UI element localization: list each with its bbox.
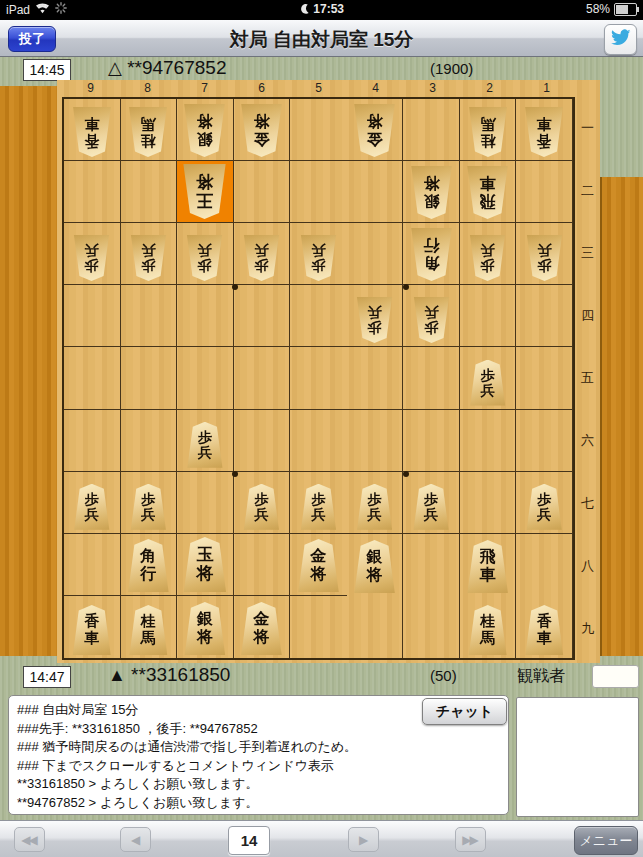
piece-sente-金[interactable]: 金将 (239, 602, 284, 655)
square-4八[interactable]: 銀将 (347, 534, 404, 596)
piece-gote-飛[interactable]: 飛車 (465, 166, 510, 219)
square-9四[interactable] (64, 285, 121, 347)
file-label-7: 7 (176, 80, 233, 97)
piece-sente-歩[interactable]: 歩兵 (355, 484, 394, 530)
piece-sente-歩[interactable]: 歩兵 (242, 484, 281, 530)
gote-clock: 14:45 (23, 59, 71, 81)
square-2三[interactable]: 歩兵 (460, 223, 517, 285)
square-1六[interactable] (516, 410, 573, 472)
square-1五[interactable] (516, 347, 573, 409)
square-4三[interactable] (347, 223, 404, 285)
twitter-bird-icon (610, 29, 631, 51)
piece-gote-歩[interactable]: 歩兵 (129, 235, 168, 281)
square-6七[interactable]: 歩兵 (234, 472, 291, 534)
square-5八[interactable]: 金将 (290, 534, 347, 596)
piece-sente-歩[interactable]: 歩兵 (129, 484, 168, 530)
piece-gote-歩[interactable]: 歩兵 (242, 235, 281, 281)
rank-label-六: 六 (575, 410, 600, 473)
piece-gote-金[interactable]: 金将 (352, 104, 397, 157)
square-7二[interactable]: 王将 (177, 161, 234, 223)
sente-clock: 14:47 (23, 666, 71, 688)
piece-gote-桂[interactable]: 桂馬 (467, 107, 509, 157)
piece-gote-角[interactable]: 角行 (409, 228, 454, 281)
battery-icon (614, 3, 637, 16)
piece-sente-歩[interactable]: 歩兵 (525, 484, 564, 530)
piece-sente-銀[interactable]: 銀将 (352, 540, 397, 593)
square-8二[interactable] (121, 161, 178, 223)
status-time: 17:53 (313, 2, 344, 16)
square-2五[interactable]: 歩兵 (460, 347, 517, 409)
square-7一[interactable]: 銀将 (177, 99, 234, 161)
square-2六[interactable] (460, 410, 517, 472)
twitter-share-button[interactable] (604, 24, 637, 55)
rank-label-一: 一 (575, 97, 600, 160)
first-move-button[interactable]: ◀◀ (14, 827, 45, 852)
gote-name: △ **94767852 (108, 57, 226, 79)
square-3四[interactable]: 歩兵 (403, 285, 460, 347)
menu-button[interactable]: メニュー (574, 826, 638, 855)
piece-sente-香[interactable]: 香車 (71, 605, 113, 655)
piece-gote-桂[interactable]: 桂馬 (127, 107, 169, 157)
square-4六[interactable] (347, 410, 404, 472)
next-move-button[interactable]: ▶ (348, 827, 379, 852)
square-3一[interactable] (403, 99, 460, 161)
square-3二[interactable]: 銀将 (403, 161, 460, 223)
rank-label-七: 七 (575, 472, 600, 535)
square-1八[interactable] (516, 534, 573, 596)
moon-icon (299, 2, 310, 16)
sente-mark-icon: ▲ (108, 665, 126, 685)
square-5七[interactable]: 歩兵 (290, 472, 347, 534)
square-7九[interactable]: 銀将 (177, 596, 234, 658)
square-4五[interactable] (347, 347, 404, 409)
square-5一[interactable] (290, 99, 347, 161)
chat-message: ### 下までスクロールするとコメントウィンドウ表示 (17, 757, 500, 776)
hoshi-dot (232, 471, 238, 477)
piece-sente-桂[interactable]: 桂馬 (127, 605, 169, 655)
square-7五[interactable] (177, 347, 234, 409)
square-8七[interactable]: 歩兵 (121, 472, 178, 534)
wood-panel-left (0, 86, 59, 656)
file-label-1: 1 (518, 80, 575, 97)
wood-panel-right (600, 177, 643, 656)
square-2八[interactable]: 飛車 (460, 534, 517, 596)
square-8九[interactable]: 桂馬 (121, 596, 178, 658)
square-8六[interactable] (121, 410, 178, 472)
square-6五[interactable] (234, 347, 291, 409)
piece-sente-歩[interactable]: 歩兵 (468, 360, 507, 406)
square-1二[interactable] (516, 161, 573, 223)
spectators-label: 観戦者 (517, 666, 565, 687)
piece-sente-香[interactable]: 香車 (523, 605, 565, 655)
chat-button[interactable]: チャット (422, 698, 507, 725)
square-6六[interactable] (234, 410, 291, 472)
piece-gote-歩[interactable]: 歩兵 (355, 297, 394, 343)
square-3三[interactable]: 角行 (403, 223, 460, 285)
square-9五[interactable] (64, 347, 121, 409)
piece-sente-銀[interactable]: 銀将 (182, 602, 227, 655)
chat-message: **94767852 > よろしくお願い致します。 (17, 794, 500, 813)
square-3九[interactable] (403, 596, 460, 658)
square-1四[interactable] (516, 285, 573, 347)
square-7七[interactable] (177, 472, 234, 534)
piece-sente-歩[interactable]: 歩兵 (72, 484, 111, 530)
square-2九[interactable]: 桂馬 (460, 596, 517, 658)
square-7六[interactable]: 歩兵 (177, 410, 234, 472)
nav-bar: 投了 対局 自由対局室 15分 (0, 20, 643, 57)
square-2二[interactable]: 飛車 (460, 161, 517, 223)
piece-gote-歩[interactable]: 歩兵 (468, 235, 507, 281)
page-title: 対局 自由対局室 15分 (0, 27, 643, 53)
square-1九[interactable]: 香車 (516, 596, 573, 658)
app-screen: iPad 17:53 58% 投了 対局 自由対局室 15分 14:45 (0, 0, 643, 857)
square-6一[interactable]: 金将 (234, 99, 291, 161)
square-5九[interactable] (290, 596, 347, 658)
piece-sente-歩[interactable]: 歩兵 (185, 422, 224, 468)
piece-gote-歩[interactable]: 歩兵 (72, 235, 111, 281)
hoshi-dot (232, 284, 238, 290)
piece-gote-香[interactable]: 香車 (523, 107, 565, 157)
shogi-board: 987654321 一二三四五六七八九 香車桂馬銀将金将金将桂馬香車王将銀将飛車… (57, 80, 600, 663)
square-1一[interactable]: 香車 (516, 99, 573, 161)
gote-rating: (1900) (430, 60, 473, 77)
square-3六[interactable] (403, 410, 460, 472)
square-2四[interactable] (460, 285, 517, 347)
square-7三[interactable]: 歩兵 (177, 223, 234, 285)
file-label-3: 3 (404, 80, 461, 97)
square-4一[interactable]: 金将 (347, 99, 404, 161)
rank-label-四: 四 (575, 285, 600, 348)
spectator-list-panel (516, 697, 639, 817)
sente-name: ▲ **33161850 (108, 664, 230, 686)
square-9三[interactable]: 歩兵 (64, 223, 121, 285)
square-4七[interactable]: 歩兵 (347, 472, 404, 534)
square-5五[interactable] (290, 347, 347, 409)
square-7八[interactable]: 玉将 (177, 534, 234, 596)
piece-sente-歩[interactable]: 歩兵 (299, 484, 338, 530)
square-5六[interactable] (290, 410, 347, 472)
piece-gote-香[interactable]: 香車 (71, 107, 113, 157)
square-2七[interactable] (460, 472, 517, 534)
bottom-toolbar: ◀◀ ◀ 14 ▶ ▶▶ メニュー (0, 820, 643, 857)
square-5二[interactable] (290, 161, 347, 223)
file-label-5: 5 (290, 80, 347, 97)
square-1七[interactable]: 歩兵 (516, 472, 573, 534)
square-9一[interactable]: 香車 (64, 99, 121, 161)
rank-label-三: 三 (575, 222, 600, 285)
file-label-9: 9 (62, 80, 119, 97)
piece-gote-歩[interactable]: 歩兵 (525, 235, 564, 281)
piece-sente-角[interactable]: 角行 (126, 539, 171, 592)
square-6二[interactable] (234, 161, 291, 223)
square-9六[interactable] (64, 410, 121, 472)
piece-gote-歩[interactable]: 歩兵 (185, 235, 224, 281)
square-6八[interactable] (234, 534, 291, 596)
square-8三[interactable]: 歩兵 (121, 223, 178, 285)
hoshi-dot (403, 471, 409, 477)
file-label-8: 8 (119, 80, 176, 97)
rank-label-二: 二 (575, 160, 600, 223)
gote-mark-icon: △ (108, 58, 122, 78)
square-8八[interactable]: 角行 (121, 534, 178, 596)
square-4四[interactable]: 歩兵 (347, 285, 404, 347)
square-3八[interactable] (403, 534, 460, 596)
square-6三[interactable]: 歩兵 (234, 223, 291, 285)
piece-gote-銀[interactable]: 銀将 (182, 104, 227, 157)
square-5四[interactable] (290, 285, 347, 347)
hoshi-dot (403, 284, 409, 290)
status-bar: iPad 17:53 58% (0, 0, 643, 20)
sente-rating: (50) (430, 667, 457, 684)
square-4二[interactable] (347, 161, 404, 223)
square-3五[interactable] (403, 347, 460, 409)
piece-gote-歩[interactable]: 歩兵 (412, 297, 451, 343)
square-3七[interactable]: 歩兵 (403, 472, 460, 534)
square-8一[interactable]: 桂馬 (121, 99, 178, 161)
piece-gote-金[interactable]: 金将 (239, 104, 284, 157)
square-6九[interactable]: 金将 (234, 596, 291, 658)
square-5三[interactable]: 歩兵 (290, 223, 347, 285)
piece-sente-歩[interactable]: 歩兵 (412, 484, 451, 530)
square-9八[interactable] (64, 534, 121, 596)
prev-move-button[interactable]: ◀ (120, 827, 151, 852)
shogi-board-grid: 香車桂馬銀将金将金将桂馬香車王将銀将飛車歩兵歩兵歩兵歩兵歩兵角行歩兵歩兵歩兵歩兵… (62, 97, 575, 660)
piece-gote-歩[interactable]: 歩兵 (299, 235, 338, 281)
chat-message: ### 猶予時間戻るのは通信渋滞で指し手到着遅れのため。 (17, 738, 500, 757)
square-2一[interactable]: 桂馬 (460, 99, 517, 161)
piece-sente-桂[interactable]: 桂馬 (467, 605, 509, 655)
square-9二[interactable] (64, 161, 121, 223)
file-coordinates: 987654321 (62, 80, 575, 97)
chat-message: **33161850 > よろしくお願い致します。 (17, 775, 500, 794)
piece-gote-銀[interactable]: 銀将 (409, 166, 454, 219)
rank-label-九: 九 (575, 597, 600, 660)
piece-gote-王[interactable]: 王将 (181, 164, 228, 219)
rank-label-五: 五 (575, 347, 600, 410)
piece-sente-金[interactable]: 金将 (296, 539, 341, 592)
spectators-count-box (592, 665, 639, 688)
move-number-box: 14 (228, 826, 270, 855)
battery-percent: 58% (586, 2, 610, 16)
square-1三[interactable]: 歩兵 (516, 223, 573, 285)
square-8五[interactable] (121, 347, 178, 409)
sente-player-row: 14:47 ▲ **33161850 (50) 観戦者 (0, 666, 643, 692)
file-label-6: 6 (233, 80, 290, 97)
square-7四[interactable] (177, 285, 234, 347)
rank-label-八: 八 (575, 535, 600, 598)
last-move-button[interactable]: ▶▶ (455, 827, 486, 852)
square-6四[interactable] (234, 285, 291, 347)
file-label-4: 4 (347, 80, 404, 97)
square-9九[interactable]: 香車 (64, 596, 121, 658)
piece-sente-飛[interactable]: 飛車 (465, 540, 510, 593)
rank-coordinates: 一二三四五六七八九 (575, 97, 600, 660)
piece-sente-玉[interactable]: 玉将 (181, 537, 228, 592)
square-4九[interactable] (347, 596, 404, 658)
square-8四[interactable] (121, 285, 178, 347)
file-label-2: 2 (461, 80, 518, 97)
square-9七[interactable]: 歩兵 (64, 472, 121, 534)
